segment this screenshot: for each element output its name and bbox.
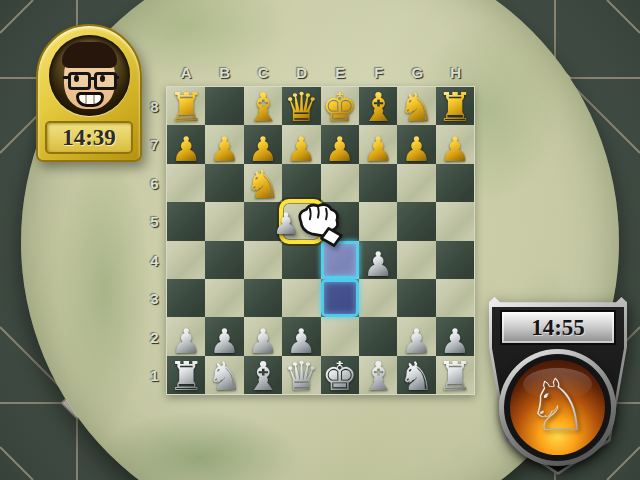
silver-rook-a1[interactable]: ♜ <box>168 356 204 396</box>
gold-pawn-g7[interactable]: ♟ <box>401 132 431 166</box>
gold-pawn-h7[interactable]: ♟ <box>440 132 470 166</box>
file-label-E: E <box>321 60 360 84</box>
gold-player-plaque: 14:39 <box>36 24 142 162</box>
file-label-F: F <box>360 60 399 84</box>
rank-label-2: 2 <box>145 318 164 357</box>
square-a2[interactable]: ♟ <box>167 317 205 355</box>
gold-pawn-b7[interactable]: ♟ <box>209 132 239 166</box>
square-b2[interactable]: ♟ <box>205 317 243 355</box>
square-h3[interactable] <box>436 279 474 317</box>
silver-pawn-f4[interactable]: ♟ <box>363 247 393 281</box>
square-d2[interactable]: ♟ <box>282 317 320 355</box>
mii-hair <box>62 42 117 68</box>
gold-bishop-f8[interactable]: ♝ <box>360 87 396 127</box>
held-silver-pawn[interactable]: ♟ <box>273 209 300 239</box>
square-a4[interactable] <box>167 241 205 279</box>
rank-label-1: 1 <box>145 357 164 396</box>
square-g8[interactable]: ♞ <box>397 87 435 125</box>
chess-board[interactable]: ♟ ♜♝♛♚♝♞♜♟♟♟♟♟♟♟♟♞♟♟♟♟♟♟♟♜♞♝♛♚♝♞♜ <box>166 86 475 395</box>
square-g2[interactable]: ♟ <box>397 317 435 355</box>
square-d6[interactable] <box>282 164 320 202</box>
rank-label-7: 7 <box>145 126 164 165</box>
mii-right-eye <box>100 75 105 82</box>
square-c7[interactable]: ♟ <box>244 125 282 163</box>
square-e2[interactable] <box>321 317 359 355</box>
square-a7[interactable]: ♟ <box>167 125 205 163</box>
silver-knight-b1[interactable]: ♞ <box>207 356 243 396</box>
gold-rook-h8[interactable]: ♜ <box>437 87 473 127</box>
square-c2[interactable]: ♟ <box>244 317 282 355</box>
file-label-G: G <box>398 60 437 84</box>
silver-queen-d1[interactable]: ♛ <box>283 356 319 396</box>
square-d1[interactable]: ♛ <box>282 356 320 394</box>
square-a1[interactable]: ♜ <box>167 356 205 394</box>
rank-label-3: 3 <box>145 280 164 319</box>
square-e3[interactable] <box>321 279 359 317</box>
square-f1[interactable]: ♝ <box>359 356 397 394</box>
square-h2[interactable]: ♟ <box>436 317 474 355</box>
square-h6[interactable] <box>436 164 474 202</box>
square-f8[interactable]: ♝ <box>359 87 397 125</box>
square-b6[interactable] <box>205 164 243 202</box>
square-d7[interactable]: ♟ <box>282 125 320 163</box>
square-g7[interactable]: ♟ <box>397 125 435 163</box>
square-e7[interactable]: ♟ <box>321 125 359 163</box>
knight-medallion: ♘ <box>499 349 616 466</box>
white-knight-icon: ♘ <box>525 369 590 441</box>
silver-clock: 14:55 <box>500 310 616 345</box>
gold-bishop-c8[interactable]: ♝ <box>245 87 281 127</box>
rank-labels: 87654321 <box>145 87 164 395</box>
square-f2[interactable] <box>359 317 397 355</box>
mii-left-eye <box>74 75 79 82</box>
square-f6[interactable] <box>359 164 397 202</box>
file-labels: ABCDEFGH <box>167 60 475 84</box>
square-b8[interactable] <box>205 87 243 125</box>
square-h7[interactable]: ♟ <box>436 125 474 163</box>
silver-clock-time: 14:55 <box>531 315 585 341</box>
gold-knight-c6[interactable]: ♞ <box>245 164 281 204</box>
square-f7[interactable]: ♟ <box>359 125 397 163</box>
gold-clock: 14:39 <box>45 121 133 154</box>
square-a5[interactable] <box>167 202 205 240</box>
rank-label-4: 4 <box>145 241 164 280</box>
square-b7[interactable]: ♟ <box>205 125 243 163</box>
square-h8[interactable]: ♜ <box>436 87 474 125</box>
square-a6[interactable] <box>167 164 205 202</box>
square-g4[interactable] <box>397 241 435 279</box>
square-g6[interactable] <box>397 164 435 202</box>
square-g1[interactable]: ♞ <box>397 356 435 394</box>
gold-rook-a8[interactable]: ♜ <box>168 87 204 127</box>
silver-knight-g1[interactable]: ♞ <box>399 356 435 396</box>
rank-label-5: 5 <box>145 203 164 242</box>
silver-bishop-f1[interactable]: ♝ <box>360 356 396 396</box>
gold-pawn-f7[interactable]: ♟ <box>363 132 393 166</box>
silver-bishop-c1[interactable]: ♝ <box>245 356 281 396</box>
square-a8[interactable]: ♜ <box>167 87 205 125</box>
gold-knight-g8[interactable]: ♞ <box>399 87 435 127</box>
square-h4[interactable] <box>436 241 474 279</box>
move-highlight-e3[interactable] <box>321 279 359 317</box>
square-d3[interactable] <box>282 279 320 317</box>
square-a3[interactable] <box>167 279 205 317</box>
gold-queen-d8[interactable]: ♛ <box>283 87 319 127</box>
file-label-C: C <box>244 60 283 84</box>
square-e6[interactable] <box>321 164 359 202</box>
file-label-B: B <box>206 60 245 84</box>
gold-pawn-a7[interactable]: ♟ <box>171 132 201 166</box>
square-f4[interactable]: ♟ <box>359 241 397 279</box>
held-piece-group[interactable]: ♟ <box>282 202 320 240</box>
gold-clock-time: 14:39 <box>62 125 116 151</box>
square-b5[interactable] <box>205 202 243 240</box>
file-label-D: D <box>283 60 322 84</box>
gold-pawn-d7[interactable]: ♟ <box>286 132 316 166</box>
square-b1[interactable]: ♞ <box>205 356 243 394</box>
square-b3[interactable] <box>205 279 243 317</box>
mii-grin <box>76 92 104 107</box>
square-h5[interactable] <box>436 202 474 240</box>
rank-label-8: 8 <box>145 87 164 126</box>
file-label-A: A <box>167 60 206 84</box>
glasses-right-lens <box>94 72 117 90</box>
silver-rook-h1[interactable]: ♜ <box>437 356 473 396</box>
file-label-H: H <box>437 60 476 84</box>
square-f3[interactable] <box>359 279 397 317</box>
square-c4[interactable] <box>244 241 282 279</box>
avatar-window <box>49 35 130 116</box>
glasses-bridge <box>88 77 94 80</box>
square-c6[interactable]: ♞ <box>244 164 282 202</box>
game-screen: ABCDEFGH 87654321 ♟ ♜♝♛♚♝♞♜♟♟♟♟♟♟♟♟♞♟♟♟♟… <box>0 0 640 480</box>
square-c3[interactable] <box>244 279 282 317</box>
gold-king-e8[interactable]: ♚ <box>322 87 358 127</box>
silver-king-e1[interactable]: ♚ <box>322 356 358 396</box>
gold-pawn-e7[interactable]: ♟ <box>325 132 355 166</box>
square-h1[interactable]: ♜ <box>436 356 474 394</box>
silver-player-emblem: 14:55 ♘ <box>489 297 627 475</box>
square-c1[interactable]: ♝ <box>244 356 282 394</box>
square-d8[interactable]: ♛ <box>282 87 320 125</box>
square-e8[interactable]: ♚ <box>321 87 359 125</box>
square-b4[interactable] <box>205 241 243 279</box>
square-f5[interactable] <box>359 202 397 240</box>
square-g5[interactable] <box>397 202 435 240</box>
glasses-left-lens <box>68 72 91 90</box>
rank-label-6: 6 <box>145 164 164 203</box>
square-e1[interactable]: ♚ <box>321 356 359 394</box>
square-c8[interactable]: ♝ <box>244 87 282 125</box>
square-g3[interactable] <box>397 279 435 317</box>
